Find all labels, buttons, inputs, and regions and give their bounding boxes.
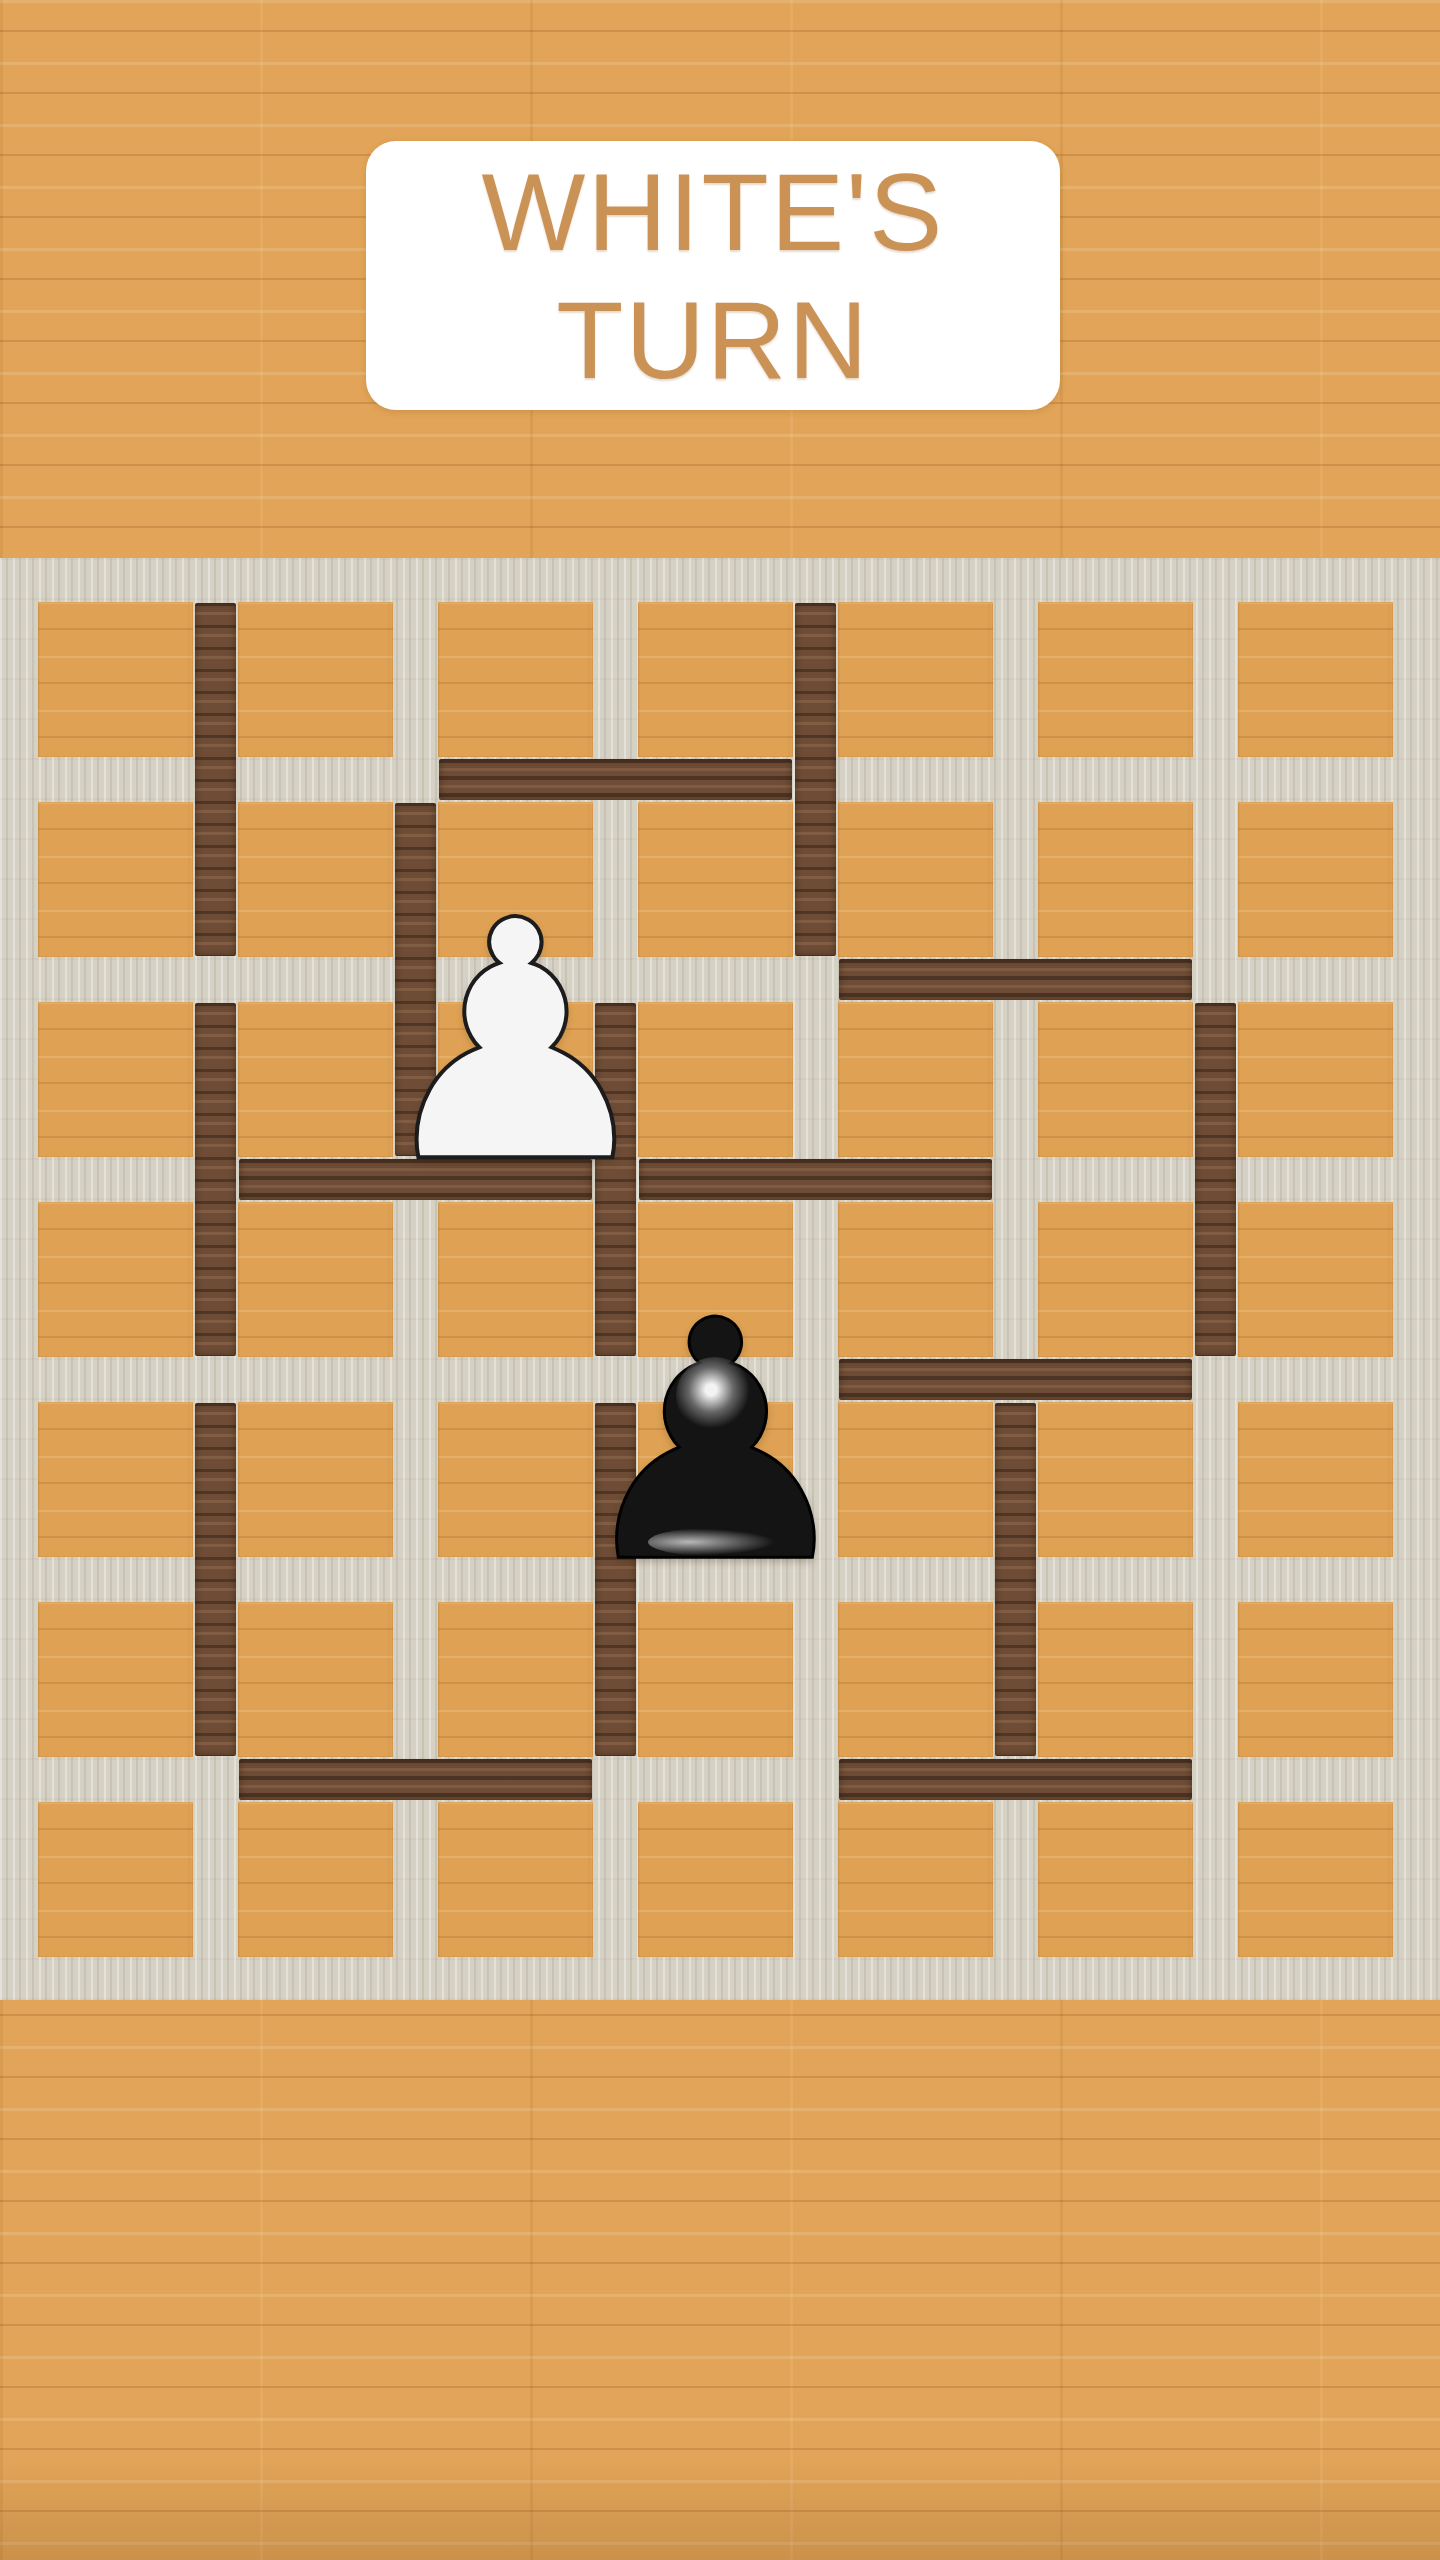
cell-a2[interactable] [38, 802, 193, 957]
wall-bc6h [239, 1759, 592, 1800]
cell-f4[interactable] [1038, 1202, 1193, 1357]
cell-e2[interactable] [838, 802, 993, 957]
black-pawn-icon: ♟ [568, 1278, 864, 1608]
cell-f5[interactable] [1038, 1402, 1193, 1557]
cell-d7[interactable] [638, 1802, 793, 1957]
wall-d12v [795, 603, 836, 956]
white-pawn[interactable]: ♟ [438, 1002, 593, 1157]
wall-a56v [195, 1403, 236, 1756]
cell-d1[interactable] [638, 602, 793, 757]
wall-ef4h [839, 1359, 1192, 1400]
cell-g3[interactable] [1238, 1002, 1393, 1157]
cell-a1[interactable] [38, 602, 193, 757]
cell-f6[interactable] [1038, 1602, 1193, 1757]
cell-c7[interactable] [438, 1802, 593, 1957]
white-pawn-icon: ♟ [368, 878, 664, 1208]
wall-f34v [1195, 1003, 1236, 1356]
cell-g5[interactable] [1238, 1402, 1393, 1557]
game-screen: WHITE'S TURN ♟♟ [0, 0, 1440, 2560]
wall-de3h [639, 1159, 992, 1200]
turn-indicator-line1: WHITE'S [482, 148, 945, 276]
cell-f2[interactable] [1038, 802, 1193, 957]
cell-f3[interactable] [1038, 1002, 1193, 1157]
background-bottom [0, 2000, 1440, 2560]
cell-b5[interactable] [238, 1402, 393, 1557]
turn-indicator: WHITE'S TURN [366, 141, 1060, 410]
cell-g6[interactable] [1238, 1602, 1393, 1757]
cell-g2[interactable] [1238, 802, 1393, 957]
wall-a34v [195, 1003, 236, 1356]
black-pawn[interactable]: ♟ [638, 1402, 793, 1557]
cell-f7[interactable] [1038, 1802, 1193, 1957]
wall-cd1h [439, 759, 792, 800]
cell-b7[interactable] [238, 1802, 393, 1957]
cell-a6[interactable] [38, 1602, 193, 1757]
wall-a12v [195, 603, 236, 956]
cell-g7[interactable] [1238, 1802, 1393, 1957]
cell-e7[interactable] [838, 1802, 993, 1957]
cell-g4[interactable] [1238, 1202, 1393, 1357]
cell-e3[interactable] [838, 1002, 993, 1157]
wall-ef6h [839, 1759, 1192, 1800]
cell-a3[interactable] [38, 1002, 193, 1157]
wall-ef2h [839, 959, 1192, 1000]
cell-b1[interactable] [238, 602, 393, 757]
cell-f1[interactable] [1038, 602, 1193, 757]
cell-b6[interactable] [238, 1602, 393, 1757]
board: ♟♟ [0, 558, 1440, 2000]
wall-e56v [995, 1403, 1036, 1756]
cell-e1[interactable] [838, 602, 993, 757]
cell-a7[interactable] [38, 1802, 193, 1957]
background-top: WHITE'S TURN [0, 0, 1440, 558]
turn-indicator-line2: TURN [556, 276, 870, 404]
cell-a4[interactable] [38, 1202, 193, 1357]
cell-g1[interactable] [1238, 602, 1393, 757]
cell-c1[interactable] [438, 602, 593, 757]
cell-a5[interactable] [38, 1402, 193, 1557]
